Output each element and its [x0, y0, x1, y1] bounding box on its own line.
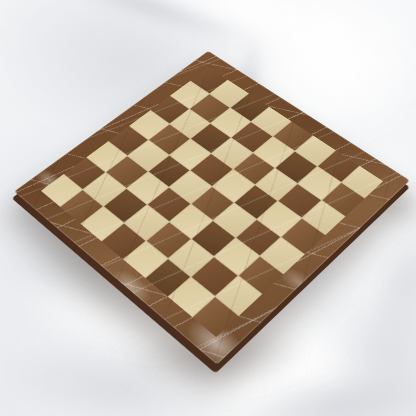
- photo-scene: [0, 0, 416, 416]
- fabric-fold: [307, 283, 416, 416]
- chess-board: [14, 51, 410, 365]
- board-grid: [41, 67, 383, 337]
- fabric-fold: [41, 0, 269, 54]
- fabric-fold: [221, 354, 416, 416]
- marble-frame: [14, 51, 410, 365]
- fabric-fold: [117, 0, 383, 75]
